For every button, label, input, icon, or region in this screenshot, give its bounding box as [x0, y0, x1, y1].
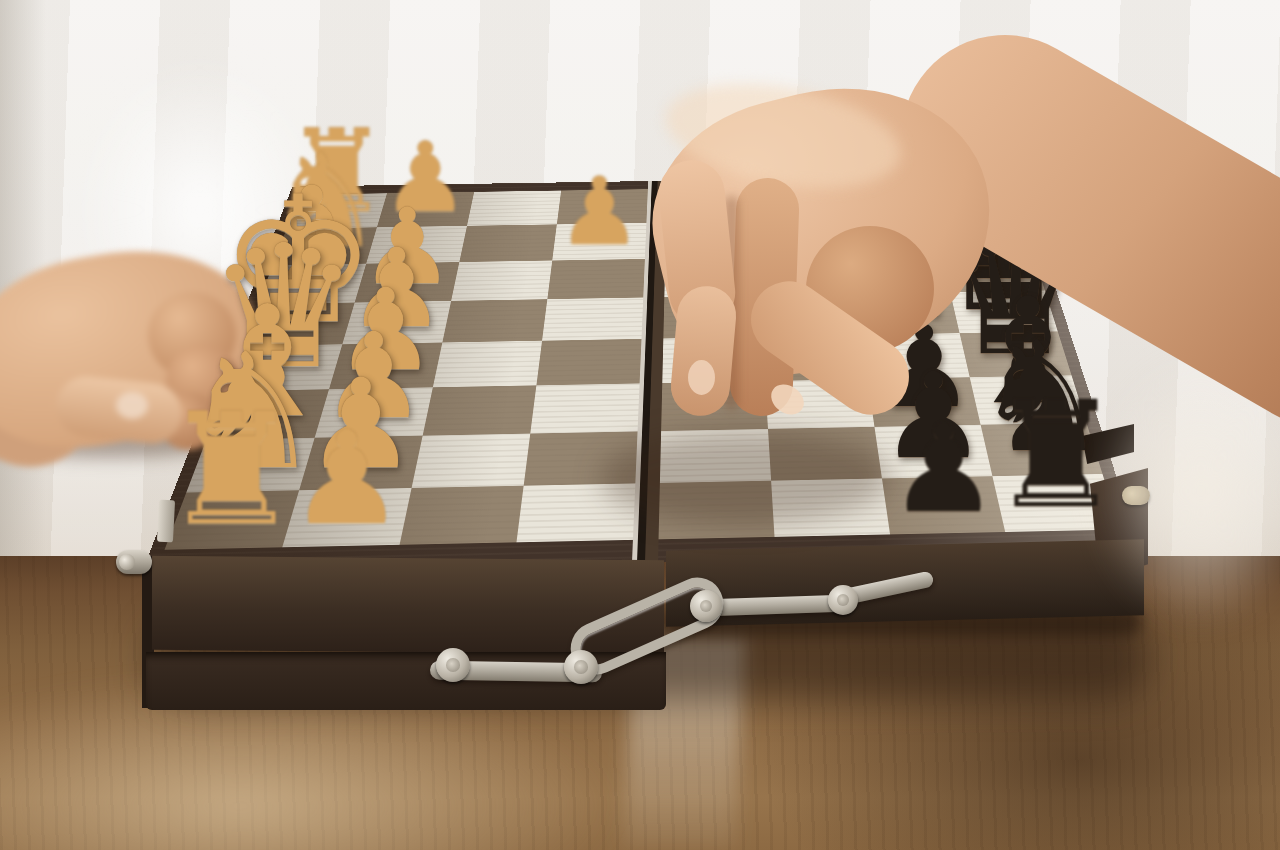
- index-fingernail: [688, 360, 715, 395]
- scene: ♜♞♝♛♚♝♞♜♟♟♟♟♟♟♟♟♜♞♝♛♚♝♞♜♟♟♟♟♟♟♟♟: [0, 0, 1280, 850]
- right-hand-placing-pawn: [0, 0, 1280, 850]
